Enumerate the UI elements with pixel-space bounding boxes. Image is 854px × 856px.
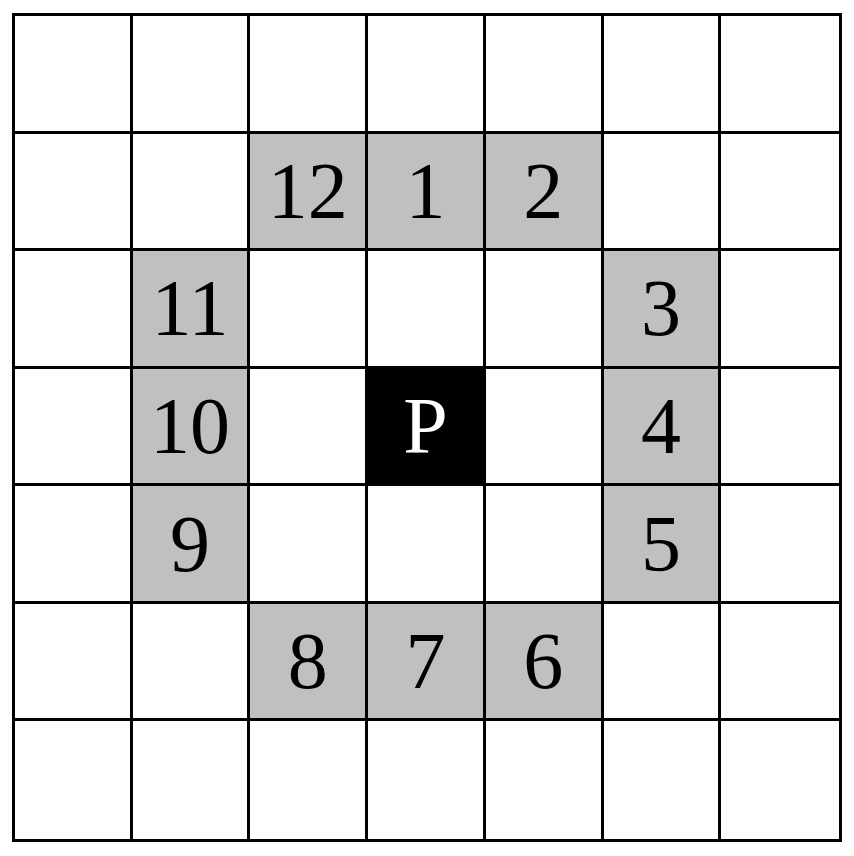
ring-cell-3: 3 (604, 251, 722, 369)
empty-cell-r0c6 (721, 16, 839, 134)
empty-cell-r4c0 (15, 486, 133, 604)
ring-cell-1: 1 (368, 134, 486, 252)
empty-cell-r0c4 (486, 16, 604, 134)
empty-cell-r1c6 (721, 134, 839, 252)
ring-cell-12: 12 (250, 134, 368, 252)
empty-cell-r2c2 (250, 251, 368, 369)
empty-cell-r0c0 (15, 16, 133, 134)
empty-cell-r1c0 (15, 134, 133, 252)
empty-cell-r6c5 (604, 721, 722, 839)
empty-cell-r6c4 (486, 721, 604, 839)
empty-cell-r5c1 (133, 604, 251, 722)
ring-cell-8: 8 (250, 604, 368, 722)
empty-cell-r0c5 (604, 16, 722, 134)
empty-cell-r0c1 (133, 16, 251, 134)
empty-cell-r6c3 (368, 721, 486, 839)
ring-cell-5: 5 (604, 486, 722, 604)
empty-cell-r4c6 (721, 486, 839, 604)
empty-cell-r3c0 (15, 369, 133, 487)
empty-cell-r6c0 (15, 721, 133, 839)
ring-cell-4: 4 (604, 369, 722, 487)
empty-cell-r6c2 (250, 721, 368, 839)
center-cell-P: P (368, 369, 486, 487)
empty-cell-r3c2 (250, 369, 368, 487)
ring-cell-2: 2 (486, 134, 604, 252)
empty-cell-r4c2 (250, 486, 368, 604)
empty-cell-r4c3 (368, 486, 486, 604)
empty-cell-r3c4 (486, 369, 604, 487)
empty-cell-r6c6 (721, 721, 839, 839)
empty-cell-r2c6 (721, 251, 839, 369)
empty-cell-r2c4 (486, 251, 604, 369)
empty-cell-r0c3 (368, 16, 486, 134)
ring-cell-11: 11 (133, 251, 251, 369)
empty-cell-r5c5 (604, 604, 722, 722)
empty-cell-r2c0 (15, 251, 133, 369)
empty-cell-r6c1 (133, 721, 251, 839)
empty-cell-r2c3 (368, 251, 486, 369)
ring-cell-7: 7 (368, 604, 486, 722)
ring-cell-6: 6 (486, 604, 604, 722)
empty-cell-r5c6 (721, 604, 839, 722)
empty-cell-r1c1 (133, 134, 251, 252)
empty-cell-r4c4 (486, 486, 604, 604)
ring-cell-9: 9 (133, 486, 251, 604)
empty-cell-r1c5 (604, 134, 722, 252)
empty-cell-r3c6 (721, 369, 839, 487)
ring-cell-10: 10 (133, 369, 251, 487)
empty-cell-r0c2 (250, 16, 368, 134)
empty-cell-r5c0 (15, 604, 133, 722)
neighborhood-grid: 121211310P495876 (12, 13, 842, 842)
